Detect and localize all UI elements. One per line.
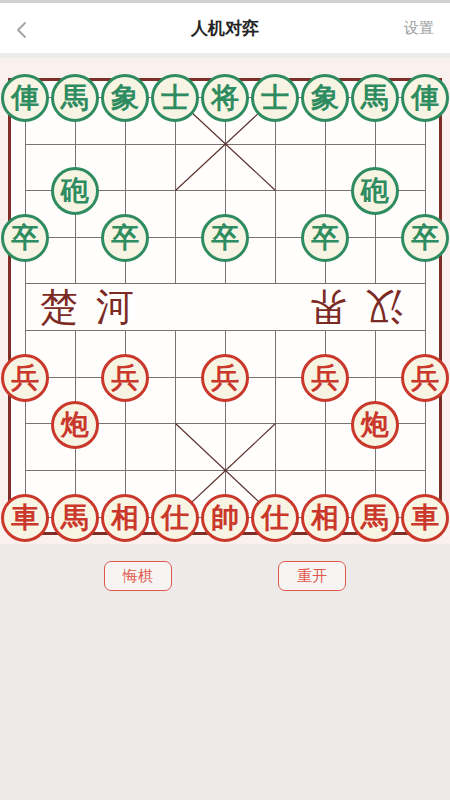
piece-green-chariot[interactable]: 俥 — [401, 74, 449, 122]
nav-bar: 人机对弈 设置 — [0, 3, 450, 53]
piece-green-advisor[interactable]: 士 — [251, 74, 299, 122]
piece-green-advisor[interactable]: 士 — [151, 74, 199, 122]
back-button[interactable] — [16, 13, 46, 43]
piece-red-soldier[interactable]: 兵 — [201, 354, 249, 402]
piece-green-cannon[interactable]: 砲 — [351, 167, 399, 215]
piece-red-soldier[interactable]: 兵 — [301, 354, 349, 402]
piece-red-soldier[interactable]: 兵 — [1, 354, 49, 402]
settings-button[interactable]: 设置 — [404, 19, 434, 38]
piece-red-chariot[interactable]: 車 — [1, 494, 49, 542]
piece-red-cannon[interactable]: 炮 — [51, 401, 99, 449]
piece-green-soldier[interactable]: 卒 — [101, 214, 149, 262]
piece-red-cannon[interactable]: 炮 — [351, 401, 399, 449]
piece-green-elephant[interactable]: 象 — [301, 74, 349, 122]
piece-red-chariot[interactable]: 車 — [401, 494, 449, 542]
action-buttons: 悔棋 重开 — [0, 561, 450, 591]
piece-green-horse[interactable]: 馬 — [51, 74, 99, 122]
piece-green-soldier[interactable]: 卒 — [301, 214, 349, 262]
piece-green-elephant[interactable]: 象 — [101, 74, 149, 122]
piece-green-cannon[interactable]: 砲 — [51, 167, 99, 215]
piece-green-chariot[interactable]: 俥 — [1, 74, 49, 122]
piece-red-soldier[interactable]: 兵 — [401, 354, 449, 402]
piece-green-horse[interactable]: 馬 — [351, 74, 399, 122]
piece-green-soldier[interactable]: 卒 — [401, 214, 449, 262]
page-title: 人机对弈 — [191, 17, 259, 40]
xiangqi-board[interactable]: 楚河 汉界 俥馬象士将士象馬俥砲砲卒卒卒卒卒兵兵兵兵兵炮炮車馬相仕帥仕相馬車 — [0, 58, 450, 544]
restart-button[interactable]: 重开 — [278, 561, 346, 591]
piece-red-soldier[interactable]: 兵 — [101, 354, 149, 402]
piece-red-general[interactable]: 帥 — [201, 494, 249, 542]
piece-grid[interactable]: 俥馬象士将士象馬俥砲砲卒卒卒卒卒兵兵兵兵兵炮炮車馬相仕帥仕相馬車 — [0, 74, 450, 541]
piece-red-elephant[interactable]: 相 — [101, 494, 149, 542]
undo-move-button[interactable]: 悔棋 — [104, 561, 172, 591]
piece-green-general[interactable]: 将 — [201, 74, 249, 122]
piece-red-horse[interactable]: 馬 — [351, 494, 399, 542]
piece-red-elephant[interactable]: 相 — [301, 494, 349, 542]
chevron-left-icon — [16, 21, 27, 43]
piece-green-soldier[interactable]: 卒 — [201, 214, 249, 262]
piece-red-advisor[interactable]: 仕 — [151, 494, 199, 542]
piece-green-soldier[interactable]: 卒 — [1, 214, 49, 262]
piece-red-horse[interactable]: 馬 — [51, 494, 99, 542]
piece-red-advisor[interactable]: 仕 — [251, 494, 299, 542]
